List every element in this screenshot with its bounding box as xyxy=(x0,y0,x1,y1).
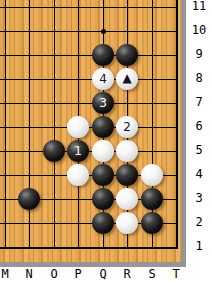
black-stone-O5[interactable] xyxy=(43,140,65,162)
move-number-4: 4 xyxy=(92,68,114,90)
white-stone-R5[interactable] xyxy=(116,140,138,162)
black-stone-Q2[interactable] xyxy=(92,212,114,234)
black-stone-R4[interactable] xyxy=(116,164,138,186)
col-label-S: S xyxy=(142,267,162,284)
go-board[interactable]: 1342▲ xyxy=(0,0,186,267)
black-stone-N3[interactable] xyxy=(18,188,40,210)
black-stone-Q4[interactable] xyxy=(92,164,114,186)
column-coordinate-labels: MNOPQRST xyxy=(0,267,212,284)
star-point-Q10 xyxy=(101,29,106,34)
row-label-7: 7 xyxy=(186,95,212,111)
triangle-mark-R8: ▲ xyxy=(116,68,138,90)
col-label-P: P xyxy=(68,267,88,284)
white-stone-P6[interactable] xyxy=(67,116,89,138)
grid-line-col-M xyxy=(5,0,6,249)
col-label-O: O xyxy=(44,267,64,284)
row-label-9: 9 xyxy=(186,47,212,63)
white-stone-R6[interactable]: 2 xyxy=(116,116,138,138)
black-stone-P5[interactable]: 1 xyxy=(67,140,89,162)
move-number-1: 1 xyxy=(67,140,89,162)
row-label-10: 10 xyxy=(186,23,212,39)
grid-line-row-7 xyxy=(0,103,178,104)
row-label-6: 6 xyxy=(186,119,212,135)
row-label-8: 8 xyxy=(186,71,212,87)
col-label-N: N xyxy=(19,267,39,284)
grid-line-col-O xyxy=(54,0,55,249)
col-label-T: T xyxy=(166,267,186,284)
row-label-2: 2 xyxy=(186,215,212,231)
grid-line-row-5 xyxy=(0,151,178,152)
white-stone-R2[interactable] xyxy=(116,212,138,234)
grid-line-col-N xyxy=(29,0,30,249)
grid-line-row-10 xyxy=(0,31,178,32)
col-label-Q: Q xyxy=(93,267,113,284)
black-stone-S3[interactable] xyxy=(141,188,163,210)
white-stone-S4[interactable] xyxy=(141,164,163,186)
row-label-1: 1 xyxy=(186,239,212,255)
col-label-M: M xyxy=(0,267,15,284)
row-label-4: 4 xyxy=(186,167,212,183)
grid-line-col-T xyxy=(176,0,178,249)
row-label-3: 3 xyxy=(186,191,212,207)
white-stone-R8[interactable]: ▲ xyxy=(116,68,138,90)
grid-line-row-9 xyxy=(0,55,178,56)
white-stone-P4[interactable] xyxy=(67,164,89,186)
row-coordinate-labels: 1110987654321 xyxy=(186,0,212,267)
white-stone-Q5[interactable] xyxy=(92,140,114,162)
grid-line-row-11 xyxy=(0,7,178,8)
black-stone-S2[interactable] xyxy=(141,212,163,234)
go-diagram-window: 1342▲ 1110987654321 MNOPQRST xyxy=(0,0,212,284)
black-stone-Q7[interactable]: 3 xyxy=(92,92,114,114)
grid-line-row-1 xyxy=(0,247,178,249)
move-number-3: 3 xyxy=(92,92,114,114)
black-stone-Q9[interactable] xyxy=(92,44,114,66)
col-label-R: R xyxy=(117,267,137,284)
white-stone-Q8[interactable]: 4 xyxy=(92,68,114,90)
row-label-5: 5 xyxy=(186,143,212,159)
grid-line-row-8 xyxy=(0,79,178,80)
white-stone-R3[interactable] xyxy=(116,188,138,210)
black-stone-Q3[interactable] xyxy=(92,188,114,210)
grid-line-row-6 xyxy=(0,127,178,128)
black-stone-R9[interactable] xyxy=(116,44,138,66)
move-number-2: 2 xyxy=(116,116,138,138)
row-label-11: 11 xyxy=(186,0,212,15)
black-stone-Q6[interactable] xyxy=(92,116,114,138)
